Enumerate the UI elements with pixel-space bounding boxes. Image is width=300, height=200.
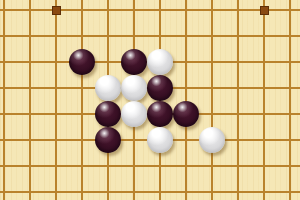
white-stone	[121, 101, 147, 127]
black-stone	[173, 101, 199, 127]
grid-line-vertical	[263, 0, 265, 200]
grid-line-horizontal	[0, 35, 300, 37]
white-stone	[199, 127, 225, 153]
black-stone	[95, 101, 121, 127]
white-stone	[147, 127, 173, 153]
star-point	[52, 6, 61, 15]
black-stone	[147, 101, 173, 127]
white-stone	[147, 49, 173, 75]
grid-line-vertical	[81, 0, 83, 200]
grid-line-horizontal	[0, 9, 300, 11]
grid-line-horizontal	[0, 191, 300, 193]
star-point	[260, 6, 269, 15]
gomoku-board[interactable]	[0, 0, 300, 200]
grid-line-horizontal	[0, 165, 300, 167]
black-stone	[121, 49, 147, 75]
black-stone	[69, 49, 95, 75]
grid-line-vertical	[185, 0, 187, 200]
black-stone	[95, 127, 121, 153]
black-stone	[147, 75, 173, 101]
grid-line-vertical	[237, 0, 239, 200]
grid-line-vertical	[289, 0, 291, 200]
white-stone	[95, 75, 121, 101]
grid-line-vertical	[29, 0, 31, 200]
grid-line-vertical	[55, 0, 57, 200]
grid-line-vertical	[211, 0, 213, 200]
white-stone	[121, 75, 147, 101]
grid-line-vertical	[3, 0, 5, 200]
